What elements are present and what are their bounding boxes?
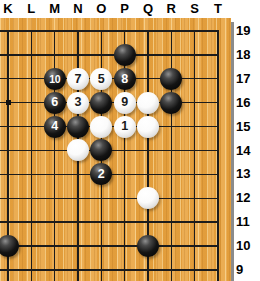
black-stone-O16	[90, 92, 112, 114]
intersection-P9[interactable]	[113, 258, 136, 281]
white-stone-P16: 9	[114, 92, 136, 114]
intersection-K16[interactable]	[0, 91, 20, 115]
move-number-10: 10	[49, 74, 60, 85]
intersection-T9[interactable]	[206, 258, 229, 281]
row-label-11: 11	[236, 214, 250, 230]
intersection-M18[interactable]	[43, 43, 66, 67]
row-label-15: 15	[236, 119, 250, 135]
intersection-K17[interactable]	[0, 67, 20, 91]
intersection-S19[interactable]	[183, 19, 206, 43]
intersection-O19[interactable]	[90, 19, 113, 43]
intersection-N15[interactable]	[66, 115, 89, 139]
intersection-T13[interactable]	[206, 162, 229, 186]
intersection-T18[interactable]	[206, 43, 229, 67]
move-number-6: 6	[51, 96, 58, 109]
intersection-P19[interactable]	[113, 19, 136, 43]
intersection-Q19[interactable]	[136, 19, 159, 43]
white-stone-Q16	[137, 92, 159, 114]
intersection-N12[interactable]	[66, 186, 89, 210]
black-stone-O14	[90, 139, 112, 161]
white-stone-O15	[90, 116, 112, 138]
row-label-14: 14	[236, 143, 250, 159]
intersection-N10[interactable]	[66, 234, 89, 258]
intersection-O16[interactable]	[90, 91, 113, 115]
intersection-L14[interactable]	[20, 139, 43, 163]
row-label-12: 12	[236, 190, 250, 206]
column-label-O: O	[96, 1, 106, 16]
row-label-9: 9	[236, 262, 243, 278]
intersection-R17[interactable]	[160, 67, 183, 91]
white-stone-N14	[67, 139, 89, 161]
intersection-N14[interactable]	[66, 139, 89, 163]
intersection-Q12[interactable]	[136, 186, 159, 210]
intersection-S14[interactable]	[183, 139, 206, 163]
intersection-R19[interactable]	[160, 19, 183, 43]
intersection-R14[interactable]	[160, 139, 183, 163]
intersection-R11[interactable]	[160, 210, 183, 234]
row-label-10: 10	[236, 238, 250, 254]
intersection-L12[interactable]	[20, 186, 43, 210]
intersection-L13[interactable]	[20, 162, 43, 186]
intersection-Q11[interactable]	[136, 210, 159, 234]
black-stone-K10	[0, 235, 19, 257]
column-label-Q: Q	[143, 1, 153, 16]
black-stone-O13: 2	[90, 163, 112, 185]
column-label-S: S	[190, 1, 199, 16]
move-number-7: 7	[75, 73, 82, 86]
move-number-9: 9	[121, 96, 128, 109]
row-label-18: 18	[236, 47, 250, 63]
intersection-M12[interactable]	[43, 186, 66, 210]
black-stone-M15: 4	[44, 116, 66, 138]
move-number-8: 8	[121, 73, 128, 86]
intersection-T11[interactable]	[206, 210, 229, 234]
black-stone-M16: 6	[44, 92, 66, 114]
column-label-K: K	[3, 1, 12, 16]
black-stone-M17: 10	[44, 68, 66, 90]
intersection-M10[interactable]	[43, 234, 66, 258]
intersection-K10[interactable]	[0, 234, 20, 258]
go-board: 10758639412	[0, 18, 231, 281]
star-point-K16	[6, 100, 11, 105]
intersection-Q18[interactable]	[136, 43, 159, 67]
white-stone-O17: 5	[90, 68, 112, 90]
intersection-O13[interactable]: 2	[90, 162, 113, 186]
row-label-13: 13	[236, 166, 250, 182]
intersection-K14[interactable]	[0, 139, 20, 163]
move-number-2: 2	[98, 168, 105, 181]
column-label-L: L	[27, 1, 35, 16]
intersection-P15[interactable]: 1	[113, 115, 136, 139]
intersection-O14[interactable]	[90, 139, 113, 163]
intersection-L18[interactable]	[20, 43, 43, 67]
white-stone-Q15	[137, 116, 159, 138]
go-board-diagram: KLMNOPQRST 10758639412 19181716151413121…	[0, 0, 260, 281]
intersection-T15[interactable]	[206, 115, 229, 139]
intersection-L19[interactable]	[20, 19, 43, 43]
intersection-N11[interactable]	[66, 210, 89, 234]
intersection-N13[interactable]	[66, 162, 89, 186]
intersection-Q15[interactable]	[136, 115, 159, 139]
black-stone-R16	[160, 92, 182, 114]
intersection-Q17[interactable]	[136, 67, 159, 91]
intersection-M13[interactable]	[43, 162, 66, 186]
intersection-S13[interactable]	[183, 162, 206, 186]
black-stone-P17: 8	[114, 68, 136, 90]
move-number-1: 1	[121, 120, 128, 133]
intersection-R9[interactable]	[160, 258, 183, 281]
intersection-R13[interactable]	[160, 162, 183, 186]
move-number-3: 3	[75, 96, 82, 109]
intersection-R18[interactable]	[160, 43, 183, 67]
white-stone-Q12	[137, 187, 159, 209]
intersection-Q14[interactable]	[136, 139, 159, 163]
intersection-N17[interactable]: 7	[66, 67, 89, 91]
white-stone-P15: 1	[114, 116, 136, 138]
intersection-L16[interactable]	[20, 91, 43, 115]
intersection-N16[interactable]: 3	[66, 91, 89, 115]
column-label-N: N	[73, 1, 82, 16]
intersection-L15[interactable]	[20, 115, 43, 139]
intersection-K18[interactable]	[0, 43, 20, 67]
intersection-R16[interactable]	[160, 91, 183, 115]
intersection-P16[interactable]: 9	[113, 91, 136, 115]
intersection-T14[interactable]	[206, 139, 229, 163]
intersection-T17[interactable]	[206, 67, 229, 91]
intersection-M17[interactable]: 10	[43, 67, 66, 91]
intersection-K19[interactable]	[0, 19, 20, 43]
intersection-P14[interactable]	[113, 139, 136, 163]
intersection-P11[interactable]	[113, 210, 136, 234]
intersection-K12[interactable]	[0, 186, 20, 210]
intersection-M11[interactable]	[43, 210, 66, 234]
intersection-L10[interactable]	[20, 234, 43, 258]
intersection-T12[interactable]	[206, 186, 229, 210]
board-grid: 10758639412	[0, 19, 230, 281]
move-number-5: 5	[98, 73, 105, 86]
intersection-S16[interactable]	[183, 91, 206, 115]
column-label-T: T	[214, 1, 222, 16]
intersection-S10[interactable]	[183, 234, 206, 258]
intersection-Q16[interactable]	[136, 91, 159, 115]
intersection-N18[interactable]	[66, 43, 89, 67]
intersection-S9[interactable]	[183, 258, 206, 281]
intersection-K13[interactable]	[0, 162, 20, 186]
intersection-R10[interactable]	[160, 234, 183, 258]
intersection-O15[interactable]	[90, 115, 113, 139]
black-stone-R17	[160, 68, 182, 90]
intersection-S12[interactable]	[183, 186, 206, 210]
intersection-S15[interactable]	[183, 115, 206, 139]
intersection-T16[interactable]	[206, 91, 229, 115]
intersection-P17[interactable]: 8	[113, 67, 136, 91]
black-stone-P18	[114, 44, 136, 66]
row-label-16: 16	[236, 95, 250, 111]
column-label-P: P	[120, 1, 129, 16]
intersection-P13[interactable]	[113, 162, 136, 186]
board-edge-shadow	[231, 22, 234, 281]
row-label-17: 17	[236, 71, 250, 87]
intersection-O12[interactable]	[90, 186, 113, 210]
intersection-S17[interactable]	[183, 67, 206, 91]
intersection-L9[interactable]	[20, 258, 43, 281]
intersection-M14[interactable]	[43, 139, 66, 163]
intersection-R15[interactable]	[160, 115, 183, 139]
move-number-4: 4	[51, 120, 58, 133]
intersection-N9[interactable]	[66, 258, 89, 281]
column-label-M: M	[49, 1, 60, 16]
black-stone-N15	[67, 116, 89, 138]
white-stone-N17: 7	[67, 68, 89, 90]
intersection-M19[interactable]	[43, 19, 66, 43]
intersection-Q9[interactable]	[136, 258, 159, 281]
intersection-O18[interactable]	[90, 43, 113, 67]
intersection-Q10[interactable]	[136, 234, 159, 258]
intersection-L17[interactable]	[20, 67, 43, 91]
intersection-Q13[interactable]	[136, 162, 159, 186]
intersection-K9[interactable]	[0, 258, 20, 281]
intersection-S11[interactable]	[183, 210, 206, 234]
intersection-P12[interactable]	[113, 186, 136, 210]
intersection-O11[interactable]	[90, 210, 113, 234]
intersection-P18[interactable]	[113, 43, 136, 67]
intersection-T10[interactable]	[206, 234, 229, 258]
intersection-M9[interactable]	[43, 258, 66, 281]
intersection-M15[interactable]: 4	[43, 115, 66, 139]
intersection-K15[interactable]	[0, 115, 20, 139]
intersection-L11[interactable]	[20, 210, 43, 234]
intersection-K11[interactable]	[0, 210, 20, 234]
black-stone-Q10	[137, 235, 159, 257]
intersection-T19[interactable]	[206, 19, 229, 43]
intersection-N19[interactable]	[66, 19, 89, 43]
column-label-R: R	[167, 1, 176, 16]
intersection-S18[interactable]	[183, 43, 206, 67]
intersection-O9[interactable]	[90, 258, 113, 281]
intersection-P10[interactable]	[113, 234, 136, 258]
white-stone-N16: 3	[67, 92, 89, 114]
intersection-O17[interactable]: 5	[90, 67, 113, 91]
intersection-R12[interactable]	[160, 186, 183, 210]
intersection-M16[interactable]: 6	[43, 91, 66, 115]
intersection-O10[interactable]	[90, 234, 113, 258]
row-label-19: 19	[236, 23, 250, 39]
